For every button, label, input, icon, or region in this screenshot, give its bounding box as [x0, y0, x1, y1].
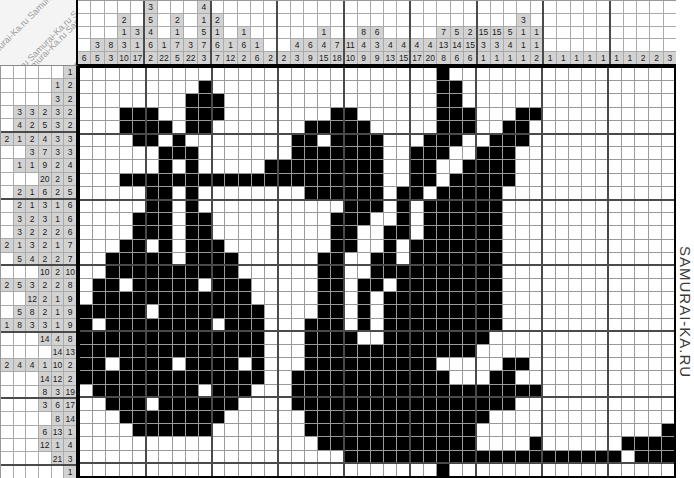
- grid-cell[interactable]: [278, 121, 290, 133]
- grid-cell[interactable]: [477, 174, 489, 186]
- grid-cell[interactable]: [503, 305, 515, 317]
- grid-cell[interactable]: [93, 200, 105, 212]
- grid-cell[interactable]: [120, 279, 132, 291]
- grid-cell[interactable]: [516, 266, 528, 278]
- grid-cell[interactable]: [292, 371, 304, 383]
- grid-cell[interactable]: [437, 240, 449, 252]
- grid-cell[interactable]: [649, 398, 661, 410]
- grid-cell[interactable]: [186, 385, 198, 397]
- grid-cell[interactable]: [344, 437, 356, 449]
- grid-cell[interactable]: [424, 451, 436, 463]
- grid-cell[interactable]: [305, 411, 317, 423]
- grid-cell[interactable]: [225, 305, 237, 317]
- grid-cell[interactable]: [516, 147, 528, 159]
- grid-cell[interactable]: [199, 108, 211, 120]
- grid-cell[interactable]: [609, 464, 621, 476]
- grid-cell[interactable]: [490, 187, 502, 199]
- grid-cell[interactable]: [556, 94, 568, 106]
- grid-cell[interactable]: [490, 332, 502, 344]
- grid-cell[interactable]: [569, 358, 581, 370]
- grid-cell[interactable]: [106, 226, 118, 238]
- grid-cell[interactable]: [225, 411, 237, 423]
- grid-cell[interactable]: [159, 94, 171, 106]
- grid-cell[interactable]: [490, 398, 502, 410]
- grid-cell[interactable]: [556, 160, 568, 172]
- grid-cell[interactable]: [199, 398, 211, 410]
- grid-cell[interactable]: [477, 240, 489, 252]
- grid-cell[interactable]: [622, 464, 634, 476]
- grid-cell[interactable]: [516, 411, 528, 423]
- grid-cell[interactable]: [173, 200, 185, 212]
- grid-cell[interactable]: [649, 345, 661, 357]
- grid-cell[interactable]: [556, 411, 568, 423]
- grid-cell[interactable]: [437, 464, 449, 476]
- grid-cell[interactable]: [635, 305, 647, 317]
- grid-cell[interactable]: [635, 279, 647, 291]
- grid-cell[interactable]: [199, 411, 211, 423]
- grid-cell[interactable]: [437, 451, 449, 463]
- grid-cell[interactable]: [133, 147, 145, 159]
- grid-cell[interactable]: [344, 305, 356, 317]
- grid-cell[interactable]: [133, 81, 145, 93]
- grid-cell[interactable]: [186, 253, 198, 265]
- grid-cell[interactable]: [569, 134, 581, 146]
- grid-cell[interactable]: [344, 240, 356, 252]
- grid-cell[interactable]: [225, 160, 237, 172]
- grid-cell[interactable]: [635, 319, 647, 331]
- grid-cell[interactable]: [265, 464, 277, 476]
- grid-cell[interactable]: [159, 385, 171, 397]
- grid-cell[interactable]: [556, 279, 568, 291]
- grid-cell[interactable]: [239, 147, 251, 159]
- grid-cell[interactable]: [93, 398, 105, 410]
- grid-cell[interactable]: [516, 292, 528, 304]
- grid-cell[interactable]: [173, 464, 185, 476]
- grid-cell[interactable]: [397, 464, 409, 476]
- grid-cell[interactable]: [609, 200, 621, 212]
- grid-cell[interactable]: [516, 134, 528, 146]
- grid-cell[interactable]: [609, 266, 621, 278]
- grid-cell[interactable]: [106, 398, 118, 410]
- grid-cell[interactable]: [239, 279, 251, 291]
- grid-cell[interactable]: [212, 226, 224, 238]
- grid-cell[interactable]: [292, 266, 304, 278]
- grid-cell[interactable]: [173, 226, 185, 238]
- grid-cell[interactable]: [450, 385, 462, 397]
- grid-cell[interactable]: [212, 292, 224, 304]
- grid-cell[interactable]: [516, 213, 528, 225]
- grid-cell[interactable]: [318, 160, 330, 172]
- grid-cell[interactable]: [437, 226, 449, 238]
- grid-cell[interactable]: [649, 160, 661, 172]
- grid-cell[interactable]: [93, 160, 105, 172]
- grid-cell[interactable]: [80, 174, 92, 186]
- grid-cell[interactable]: [437, 266, 449, 278]
- grid-cell[interactable]: [93, 226, 105, 238]
- grid-cell[interactable]: [371, 226, 383, 238]
- grid-cell[interactable]: [278, 174, 290, 186]
- grid-cell[interactable]: [411, 279, 423, 291]
- grid-cell[interactable]: [609, 147, 621, 159]
- grid-cell[interactable]: [596, 94, 608, 106]
- grid-cell[interactable]: [344, 94, 356, 106]
- grid-cell[interactable]: [225, 358, 237, 370]
- grid-cell[interactable]: [490, 266, 502, 278]
- grid-cell[interactable]: [133, 187, 145, 199]
- grid-cell[interactable]: [569, 121, 581, 133]
- grid-cell[interactable]: [424, 81, 436, 93]
- grid-cell[interactable]: [344, 398, 356, 410]
- grid-cell[interactable]: [649, 213, 661, 225]
- grid-cell[interactable]: [424, 187, 436, 199]
- grid-cell[interactable]: [265, 81, 277, 93]
- grid-cell[interactable]: [503, 411, 515, 423]
- grid-cell[interactable]: [265, 108, 277, 120]
- grid-cell[interactable]: [490, 371, 502, 383]
- grid-cell[interactable]: [503, 464, 515, 476]
- grid-cell[interactable]: [318, 213, 330, 225]
- grid-cell[interactable]: [225, 134, 237, 146]
- grid-cell[interactable]: [450, 332, 462, 344]
- grid-cell[interactable]: [530, 464, 542, 476]
- grid-cell[interactable]: [159, 213, 171, 225]
- grid-cell[interactable]: [424, 121, 436, 133]
- grid-cell[interactable]: [292, 332, 304, 344]
- grid-cell[interactable]: [80, 187, 92, 199]
- grid-cell[interactable]: [318, 121, 330, 133]
- grid-cell[interactable]: [225, 200, 237, 212]
- grid-cell[interactable]: [582, 292, 594, 304]
- grid-cell[interactable]: [292, 358, 304, 370]
- grid-cell[interactable]: [93, 253, 105, 265]
- grid-cell[interactable]: [397, 292, 409, 304]
- grid-cell[interactable]: [331, 187, 343, 199]
- grid-cell[interactable]: [292, 398, 304, 410]
- grid-cell[interactable]: [371, 147, 383, 159]
- grid-cell[interactable]: [159, 398, 171, 410]
- grid-cell[interactable]: [173, 108, 185, 120]
- grid-cell[interactable]: [106, 332, 118, 344]
- grid-cell[interactable]: [503, 253, 515, 265]
- grid-cell[interactable]: [556, 134, 568, 146]
- grid-cell[interactable]: [252, 94, 264, 106]
- grid-cell[interactable]: [530, 253, 542, 265]
- grid-cell[interactable]: [252, 279, 264, 291]
- grid-cell[interactable]: [173, 160, 185, 172]
- grid-cell[interactable]: [239, 266, 251, 278]
- grid-cell[interactable]: [331, 371, 343, 383]
- grid-cell[interactable]: [106, 464, 118, 476]
- grid-cell[interactable]: [397, 187, 409, 199]
- grid-cell[interactable]: [225, 398, 237, 410]
- grid-cell[interactable]: [358, 134, 370, 146]
- grid-cell[interactable]: [530, 94, 542, 106]
- grid-cell[interactable]: [278, 266, 290, 278]
- grid-cell[interactable]: [424, 464, 436, 476]
- grid-cell[interactable]: [173, 121, 185, 133]
- grid-cell[interactable]: [397, 253, 409, 265]
- grid-cell[interactable]: [80, 253, 92, 265]
- grid-cell[interactable]: [649, 266, 661, 278]
- grid-cell[interactable]: [437, 358, 449, 370]
- grid-cell[interactable]: [622, 332, 634, 344]
- grid-cell[interactable]: [596, 160, 608, 172]
- grid-cell[interactable]: [662, 358, 674, 370]
- grid-cell[interactable]: [239, 94, 251, 106]
- grid-cell[interactable]: [477, 94, 489, 106]
- grid-cell[interactable]: [93, 424, 105, 436]
- grid-cell[interactable]: [120, 253, 132, 265]
- grid-cell[interactable]: [80, 121, 92, 133]
- grid-cell[interactable]: [371, 385, 383, 397]
- grid-cell[interactable]: [331, 226, 343, 238]
- grid-cell[interactable]: [371, 345, 383, 357]
- grid-cell[interactable]: [265, 371, 277, 383]
- grid-cell[interactable]: [225, 226, 237, 238]
- grid-cell[interactable]: [265, 160, 277, 172]
- grid-cell[interactable]: [93, 213, 105, 225]
- grid-cell[interactable]: [662, 174, 674, 186]
- grid-cell[interactable]: [371, 134, 383, 146]
- grid-cell[interactable]: [305, 213, 317, 225]
- grid-cell[interactable]: [622, 266, 634, 278]
- grid-cell[interactable]: [331, 94, 343, 106]
- grid-cell[interactable]: [397, 424, 409, 436]
- grid-cell[interactable]: [463, 358, 475, 370]
- grid-cell[interactable]: [146, 305, 158, 317]
- grid-cell[interactable]: [93, 332, 105, 344]
- grid-cell[interactable]: [278, 385, 290, 397]
- grid-cell[interactable]: [278, 68, 290, 80]
- grid-cell[interactable]: [173, 147, 185, 159]
- grid-cell[interactable]: [596, 200, 608, 212]
- grid-cell[interactable]: [569, 371, 581, 383]
- grid-cell[interactable]: [225, 464, 237, 476]
- grid-cell[interactable]: [344, 226, 356, 238]
- grid-cell[interactable]: [463, 253, 475, 265]
- grid-cell[interactable]: [596, 81, 608, 93]
- grid-cell[interactable]: [437, 253, 449, 265]
- grid-cell[interactable]: [186, 160, 198, 172]
- grid-cell[interactable]: [292, 160, 304, 172]
- grid-cell[interactable]: [596, 292, 608, 304]
- grid-cell[interactable]: [503, 147, 515, 159]
- grid-cell[interactable]: [463, 398, 475, 410]
- grid-cell[interactable]: [530, 174, 542, 186]
- grid-cell[interactable]: [463, 68, 475, 80]
- grid-cell[interactable]: [530, 411, 542, 423]
- grid-cell[interactable]: [212, 358, 224, 370]
- grid-cell[interactable]: [225, 187, 237, 199]
- grid-cell[interactable]: [662, 213, 674, 225]
- grid-cell[interactable]: [159, 371, 171, 383]
- grid-cell[interactable]: [225, 371, 237, 383]
- grid-cell[interactable]: [397, 174, 409, 186]
- grid-cell[interactable]: [106, 240, 118, 252]
- grid-cell[interactable]: [225, 292, 237, 304]
- grid-cell[interactable]: [397, 398, 409, 410]
- grid-cell[interactable]: [93, 279, 105, 291]
- grid-cell[interactable]: [516, 240, 528, 252]
- grid-cell[interactable]: [159, 358, 171, 370]
- grid-cell[interactable]: [503, 424, 515, 436]
- grid-cell[interactable]: [424, 200, 436, 212]
- grid-cell[interactable]: [93, 385, 105, 397]
- grid-cell[interactable]: [384, 147, 396, 159]
- grid-cell[interactable]: [530, 81, 542, 93]
- grid-cell[interactable]: [569, 266, 581, 278]
- grid-cell[interactable]: [516, 200, 528, 212]
- grid-cell[interactable]: [146, 345, 158, 357]
- grid-cell[interactable]: [635, 134, 647, 146]
- grid-cell[interactable]: [490, 121, 502, 133]
- grid-cell[interactable]: [252, 411, 264, 423]
- grid-cell[interactable]: [622, 226, 634, 238]
- grid-cell[interactable]: [265, 398, 277, 410]
- grid-cell[interactable]: [596, 279, 608, 291]
- grid-cell[interactable]: [173, 451, 185, 463]
- grid-cell[interactable]: [424, 385, 436, 397]
- grid-cell[interactable]: [596, 240, 608, 252]
- grid-cell[interactable]: [503, 451, 515, 463]
- grid-cell[interactable]: [252, 213, 264, 225]
- grid-cell[interactable]: [437, 411, 449, 423]
- grid-cell[interactable]: [146, 108, 158, 120]
- grid-cell[interactable]: [411, 451, 423, 463]
- grid-cell[interactable]: [292, 411, 304, 423]
- grid-cell[interactable]: [596, 451, 608, 463]
- grid-cell[interactable]: [252, 371, 264, 383]
- grid-cell[interactable]: [569, 68, 581, 80]
- grid-cell[interactable]: [159, 121, 171, 133]
- grid-cell[interactable]: [120, 108, 132, 120]
- grid-cell[interactable]: [596, 253, 608, 265]
- grid-cell[interactable]: [384, 213, 396, 225]
- grid-cell[interactable]: [569, 253, 581, 265]
- grid-cell[interactable]: [146, 174, 158, 186]
- grid-cell[interactable]: [411, 147, 423, 159]
- grid-cell[interactable]: [609, 385, 621, 397]
- grid-cell[interactable]: [278, 94, 290, 106]
- grid-cell[interactable]: [173, 292, 185, 304]
- grid-cell[interactable]: [265, 68, 277, 80]
- grid-cell[interactable]: [252, 187, 264, 199]
- grid-cell[interactable]: [278, 213, 290, 225]
- grid-cell[interactable]: [516, 345, 528, 357]
- grid-cell[interactable]: [173, 279, 185, 291]
- grid-cell[interactable]: [80, 464, 92, 476]
- grid-cell[interactable]: [265, 358, 277, 370]
- grid-cell[interactable]: [411, 253, 423, 265]
- grid-cell[interactable]: [371, 253, 383, 265]
- grid-cell[interactable]: [265, 94, 277, 106]
- grid-cell[interactable]: [173, 187, 185, 199]
- grid-cell[interactable]: [635, 200, 647, 212]
- grid-cell[interactable]: [106, 253, 118, 265]
- grid-cell[interactable]: [477, 134, 489, 146]
- grid-cell[interactable]: [503, 134, 515, 146]
- grid-cell[interactable]: [556, 266, 568, 278]
- grid-cell[interactable]: [635, 292, 647, 304]
- grid-cell[interactable]: [556, 451, 568, 463]
- grid-cell[interactable]: [331, 332, 343, 344]
- grid-cell[interactable]: [344, 332, 356, 344]
- grid-cell[interactable]: [503, 81, 515, 93]
- grid-cell[interactable]: [516, 81, 528, 93]
- grid-cell[interactable]: [93, 437, 105, 449]
- grid-cell[interactable]: [146, 213, 158, 225]
- grid-cell[interactable]: [622, 279, 634, 291]
- grid-cell[interactable]: [239, 68, 251, 80]
- grid-cell[interactable]: [662, 147, 674, 159]
- grid-cell[interactable]: [106, 319, 118, 331]
- grid-cell[interactable]: [358, 81, 370, 93]
- grid-cell[interactable]: [424, 411, 436, 423]
- grid-cell[interactable]: [649, 319, 661, 331]
- grid-cell[interactable]: [649, 371, 661, 383]
- grid-cell[interactable]: [199, 134, 211, 146]
- grid-cell[interactable]: [609, 437, 621, 449]
- grid-cell[interactable]: [292, 226, 304, 238]
- grid-cell[interactable]: [622, 174, 634, 186]
- grid-cell[interactable]: [133, 305, 145, 317]
- grid-cell[interactable]: [411, 266, 423, 278]
- grid-cell[interactable]: [199, 358, 211, 370]
- grid-cell[interactable]: [516, 424, 528, 436]
- grid-cell[interactable]: [212, 174, 224, 186]
- grid-cell[interactable]: [503, 332, 515, 344]
- grid-cell[interactable]: [463, 319, 475, 331]
- grid-cell[interactable]: [411, 437, 423, 449]
- grid-cell[interactable]: [384, 358, 396, 370]
- grid-cell[interactable]: [437, 160, 449, 172]
- grid-cell[interactable]: [318, 319, 330, 331]
- grid-cell[interactable]: [384, 266, 396, 278]
- grid-cell[interactable]: [397, 134, 409, 146]
- grid-cell[interactable]: [159, 147, 171, 159]
- grid-cell[interactable]: [133, 240, 145, 252]
- grid-cell[interactable]: [358, 108, 370, 120]
- grid-cell[interactable]: [292, 253, 304, 265]
- grid-cell[interactable]: [569, 332, 581, 344]
- grid-cell[interactable]: [120, 398, 132, 410]
- grid-cell[interactable]: [530, 451, 542, 463]
- grid-cell[interactable]: [622, 213, 634, 225]
- grid-cell[interactable]: [199, 68, 211, 80]
- grid-cell[interactable]: [93, 411, 105, 423]
- grid-cell[interactable]: [358, 292, 370, 304]
- grid-cell[interactable]: [530, 345, 542, 357]
- grid-cell[interactable]: [411, 411, 423, 423]
- grid-cell[interactable]: [358, 451, 370, 463]
- grid-cell[interactable]: [159, 332, 171, 344]
- grid-cell[interactable]: [582, 332, 594, 344]
- grid-cell[interactable]: [503, 358, 515, 370]
- grid-cell[interactable]: [437, 187, 449, 199]
- grid-cell[interactable]: [649, 147, 661, 159]
- grid-cell[interactable]: [159, 187, 171, 199]
- grid-cell[interactable]: [318, 279, 330, 291]
- grid-cell[interactable]: [622, 358, 634, 370]
- grid-cell[interactable]: [146, 81, 158, 93]
- grid-cell[interactable]: [371, 358, 383, 370]
- grid-cell[interactable]: [331, 437, 343, 449]
- grid-cell[interactable]: [146, 121, 158, 133]
- grid-cell[interactable]: [120, 411, 132, 423]
- grid-cell[interactable]: [450, 411, 462, 423]
- grid-cell[interactable]: [80, 319, 92, 331]
- grid-cell[interactable]: [609, 371, 621, 383]
